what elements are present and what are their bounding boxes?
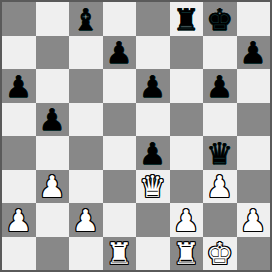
square-f6[interactable]	[170, 69, 204, 103]
square-f7[interactable]	[170, 36, 204, 70]
square-c6[interactable]	[69, 69, 103, 103]
square-f4[interactable]	[170, 136, 204, 170]
square-d5[interactable]	[103, 103, 137, 137]
square-f5[interactable]	[170, 103, 204, 137]
square-c1[interactable]	[69, 237, 103, 271]
square-b7[interactable]	[36, 36, 70, 70]
square-b1[interactable]	[36, 237, 70, 271]
square-c7[interactable]	[69, 36, 103, 70]
square-h7[interactable]: ♟	[237, 36, 271, 70]
piece-black-bishop[interactable]: ♝	[72, 5, 99, 35]
square-d1[interactable]: ♜	[103, 237, 137, 271]
square-d8[interactable]	[103, 2, 137, 36]
square-h2[interactable]: ♟	[237, 203, 271, 237]
square-h6[interactable]	[237, 69, 271, 103]
piece-white-king[interactable]: ♚	[206, 239, 233, 269]
chess-board-frame: ♝♜♚♟♟♟♟♟♟♟♛♟♛♟♟♟♟♟♜♜♚	[0, 0, 272, 272]
square-g8[interactable]: ♚	[203, 2, 237, 36]
piece-white-pawn[interactable]: ♟	[206, 172, 233, 202]
square-d4[interactable]	[103, 136, 137, 170]
piece-white-pawn[interactable]: ♟	[72, 206, 99, 236]
square-a2[interactable]: ♟	[2, 203, 36, 237]
square-e2[interactable]	[136, 203, 170, 237]
square-h5[interactable]	[237, 103, 271, 137]
square-c2[interactable]: ♟	[69, 203, 103, 237]
square-d7[interactable]: ♟	[103, 36, 137, 70]
square-f3[interactable]	[170, 170, 204, 204]
piece-black-pawn[interactable]: ♟	[106, 38, 133, 68]
square-a3[interactable]	[2, 170, 36, 204]
square-b2[interactable]	[36, 203, 70, 237]
square-g4[interactable]: ♛	[203, 136, 237, 170]
square-a7[interactable]	[2, 36, 36, 70]
square-b5[interactable]: ♟	[36, 103, 70, 137]
square-e1[interactable]	[136, 237, 170, 271]
square-a4[interactable]	[2, 136, 36, 170]
square-g5[interactable]	[203, 103, 237, 137]
square-g2[interactable]	[203, 203, 237, 237]
square-d3[interactable]	[103, 170, 137, 204]
square-c3[interactable]	[69, 170, 103, 204]
chess-board: ♝♜♚♟♟♟♟♟♟♟♛♟♛♟♟♟♟♟♜♜♚	[2, 2, 270, 270]
square-b4[interactable]	[36, 136, 70, 170]
square-h1[interactable]	[237, 237, 271, 271]
square-e7[interactable]	[136, 36, 170, 70]
square-a5[interactable]	[2, 103, 36, 137]
square-g3[interactable]: ♟	[203, 170, 237, 204]
piece-black-queen[interactable]: ♛	[206, 139, 233, 169]
piece-black-pawn[interactable]: ♟	[240, 38, 267, 68]
square-e6[interactable]: ♟	[136, 69, 170, 103]
piece-black-pawn[interactable]: ♟	[139, 139, 166, 169]
square-d6[interactable]	[103, 69, 137, 103]
square-h3[interactable]	[237, 170, 271, 204]
square-h4[interactable]	[237, 136, 271, 170]
piece-black-pawn[interactable]: ♟	[39, 105, 66, 135]
piece-black-rook[interactable]: ♜	[173, 5, 200, 35]
piece-black-pawn[interactable]: ♟	[206, 72, 233, 102]
square-e5[interactable]	[136, 103, 170, 137]
square-b6[interactable]	[36, 69, 70, 103]
square-f1[interactable]: ♜	[170, 237, 204, 271]
square-e8[interactable]	[136, 2, 170, 36]
square-b3[interactable]: ♟	[36, 170, 70, 204]
piece-white-pawn[interactable]: ♟	[39, 172, 66, 202]
piece-white-queen[interactable]: ♛	[139, 172, 166, 202]
square-c4[interactable]	[69, 136, 103, 170]
square-a8[interactable]	[2, 2, 36, 36]
piece-white-pawn[interactable]: ♟	[173, 206, 200, 236]
piece-white-pawn[interactable]: ♟	[5, 206, 32, 236]
piece-white-rook[interactable]: ♜	[106, 239, 133, 269]
square-e4[interactable]: ♟	[136, 136, 170, 170]
square-h8[interactable]	[237, 2, 271, 36]
square-f2[interactable]: ♟	[170, 203, 204, 237]
square-c8[interactable]: ♝	[69, 2, 103, 36]
square-d2[interactable]	[103, 203, 137, 237]
square-c5[interactable]	[69, 103, 103, 137]
square-a6[interactable]: ♟	[2, 69, 36, 103]
piece-white-rook[interactable]: ♜	[173, 239, 200, 269]
square-f8[interactable]: ♜	[170, 2, 204, 36]
piece-black-pawn[interactable]: ♟	[5, 72, 32, 102]
square-a1[interactable]	[2, 237, 36, 271]
piece-white-pawn[interactable]: ♟	[240, 206, 267, 236]
square-g6[interactable]: ♟	[203, 69, 237, 103]
square-g1[interactable]: ♚	[203, 237, 237, 271]
square-b8[interactable]	[36, 2, 70, 36]
piece-black-king[interactable]: ♚	[206, 5, 233, 35]
piece-black-pawn[interactable]: ♟	[139, 72, 166, 102]
square-g7[interactable]	[203, 36, 237, 70]
square-e3[interactable]: ♛	[136, 170, 170, 204]
